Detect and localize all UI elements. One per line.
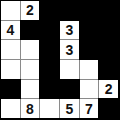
cell-r1c4-black[interactable] [60,1,79,20]
cell-r1c2[interactable]: 2 [21,1,40,20]
cell-r4c6-black[interactable] [99,60,118,79]
cell-r3c6-black[interactable] [99,40,118,59]
cell-r3c2[interactable] [21,40,40,59]
cell-r3c3-black[interactable] [40,40,59,59]
cell-r6c1[interactable] [1,99,20,118]
cell-r2c3-black[interactable] [40,21,59,40]
cell-r5c1-black[interactable] [1,80,20,99]
cell-r5c5[interactable] [80,80,99,99]
cell-r3c5-black[interactable] [80,40,99,59]
cell-r4c2[interactable] [21,60,40,79]
cell-r1c1[interactable] [1,1,20,20]
cell-r2c1[interactable]: 4 [1,21,20,40]
cell-r1c5-black[interactable] [80,1,99,20]
cell-r4c4[interactable] [60,60,79,79]
cell-r6c5[interactable]: 7 [80,99,99,118]
cell-r5c4-black[interactable] [60,80,79,99]
cell-r6c3[interactable] [40,99,59,118]
cell-r1c3-black[interactable] [40,1,59,20]
cell-r3c4[interactable]: 3 [60,40,79,59]
cell-r3c1[interactable] [1,40,20,59]
cell-r1c6-black[interactable] [99,1,118,20]
puzzle-grid: 24332857 [1,1,118,118]
cell-r2c5-black[interactable] [80,21,99,40]
cell-r6c6-black[interactable] [99,99,118,118]
cell-r2c4[interactable]: 3 [60,21,79,40]
cell-r5c6[interactable]: 2 [99,80,118,99]
cell-r6c2[interactable]: 8 [21,99,40,118]
cell-r5c2[interactable] [21,80,40,99]
cell-r6c4[interactable]: 5 [60,99,79,118]
cell-r4c5[interactable] [80,60,99,79]
cell-r4c3-black[interactable] [40,60,59,79]
kuromasu-board: 24332857 [0,0,120,120]
cell-r2c2-black[interactable] [21,21,40,40]
cell-r5c3-black[interactable] [40,80,59,99]
cell-r2c6-black[interactable] [99,21,118,40]
cell-r4c1[interactable] [1,60,20,79]
